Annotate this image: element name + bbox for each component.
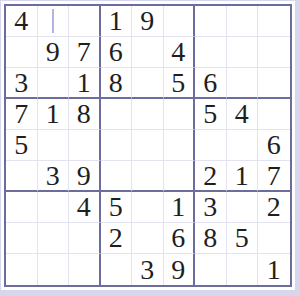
cell-r6c3[interactable]: 9 [69, 161, 101, 192]
cell-r9c7[interactable] [195, 254, 227, 285]
cell-r6c8[interactable]: 1 [227, 161, 259, 192]
cell-r6c2[interactable]: 3 [38, 161, 70, 192]
cell-r1c2[interactable] [38, 6, 70, 37]
cell-r1c3[interactable] [69, 6, 101, 37]
cell-r4c7[interactable]: 5 [195, 99, 227, 130]
cell-r5c4[interactable] [101, 130, 133, 161]
cell-r2c1[interactable] [6, 37, 38, 68]
cell-r8c2[interactable] [38, 223, 70, 254]
cell-r4c3[interactable]: 8 [69, 99, 101, 130]
cell-r3c1[interactable]: 3 [6, 68, 38, 99]
cell-r3c5[interactable] [132, 68, 164, 99]
cell-r6c5[interactable] [132, 161, 164, 192]
cell-r8c1[interactable] [6, 223, 38, 254]
cell-r1c4[interactable]: 1 [101, 6, 133, 37]
cell-r7c8[interactable] [227, 192, 259, 223]
cell-r3c3[interactable]: 1 [69, 68, 101, 99]
cell-r5c9[interactable]: 6 [258, 130, 290, 161]
cell-r4c9[interactable] [258, 99, 290, 130]
cell-r9c8[interactable] [227, 254, 259, 285]
cell-r3c6[interactable]: 5 [164, 68, 196, 99]
cell-r3c7[interactable]: 6 [195, 68, 227, 99]
cell-r9c6[interactable]: 9 [164, 254, 196, 285]
cell-r5c2[interactable] [38, 130, 70, 161]
cell-r9c3[interactable] [69, 254, 101, 285]
cell-r1c5[interactable]: 9 [132, 6, 164, 37]
cell-r7c7[interactable]: 3 [195, 192, 227, 223]
cell-r5c8[interactable] [227, 130, 259, 161]
cell-r1c8[interactable] [227, 6, 259, 37]
cell-r2c8[interactable] [227, 37, 259, 68]
cell-r7c6[interactable]: 1 [164, 192, 196, 223]
cell-r5c1[interactable]: 5 [6, 130, 38, 161]
cell-r9c5[interactable]: 3 [132, 254, 164, 285]
cell-r6c9[interactable]: 7 [258, 161, 290, 192]
cell-r4c6[interactable] [164, 99, 196, 130]
cell-r9c2[interactable] [38, 254, 70, 285]
cell-r8c3[interactable] [69, 223, 101, 254]
cell-r5c3[interactable] [69, 130, 101, 161]
cell-r4c8[interactable]: 4 [227, 99, 259, 130]
cell-r7c5[interactable] [132, 192, 164, 223]
cell-r8c9[interactable] [258, 223, 290, 254]
cell-r8c6[interactable]: 6 [164, 223, 196, 254]
cell-r5c6[interactable] [164, 130, 196, 161]
cell-r9c9[interactable]: 1 [258, 254, 290, 285]
cell-r1c7[interactable] [195, 6, 227, 37]
cell-r4c4[interactable] [101, 99, 133, 130]
cell-r7c2[interactable] [38, 192, 70, 223]
cell-r6c4[interactable] [101, 161, 133, 192]
cell-r7c3[interactable]: 4 [69, 192, 101, 223]
cell-r2c9[interactable] [258, 37, 290, 68]
cell-r7c4[interactable]: 5 [101, 192, 133, 223]
cell-r2c3[interactable]: 7 [69, 37, 101, 68]
cell-r3c8[interactable] [227, 68, 259, 99]
cell-r6c7[interactable]: 2 [195, 161, 227, 192]
cell-r6c6[interactable] [164, 161, 196, 192]
cell-r2c6[interactable]: 4 [164, 37, 196, 68]
cell-r5c7[interactable] [195, 130, 227, 161]
cell-r4c2[interactable]: 1 [38, 99, 70, 130]
cell-r8c4[interactable]: 2 [101, 223, 133, 254]
cell-r4c1[interactable]: 7 [6, 99, 38, 130]
cell-r8c5[interactable] [132, 223, 164, 254]
cell-r6c1[interactable] [6, 161, 38, 192]
cell-r3c2[interactable] [38, 68, 70, 99]
cell-r3c9[interactable] [258, 68, 290, 99]
cell-r3c4[interactable]: 8 [101, 68, 133, 99]
cell-r9c4[interactable] [101, 254, 133, 285]
cell-r1c9[interactable] [258, 6, 290, 37]
cell-r5c5[interactable] [132, 130, 164, 161]
sudoku-panel: 419976431856718545639217451322685391 [1, 1, 295, 290]
cell-r2c2[interactable]: 9 [38, 37, 70, 68]
cell-r1c1[interactable]: 4 [6, 6, 38, 37]
cell-r8c7[interactable]: 8 [195, 223, 227, 254]
cell-r4c5[interactable] [132, 99, 164, 130]
cell-r9c1[interactable] [6, 254, 38, 285]
cell-r2c5[interactable] [132, 37, 164, 68]
text-cursor [52, 9, 54, 33]
sudoku-board: 419976431856718545639217451322685391 [4, 4, 292, 287]
cell-r2c4[interactable]: 6 [101, 37, 133, 68]
cell-r7c1[interactable] [6, 192, 38, 223]
cell-r7c9[interactable]: 2 [258, 192, 290, 223]
cell-r1c6[interactable] [164, 6, 196, 37]
cell-r8c8[interactable]: 5 [227, 223, 259, 254]
cell-r2c7[interactable] [195, 37, 227, 68]
